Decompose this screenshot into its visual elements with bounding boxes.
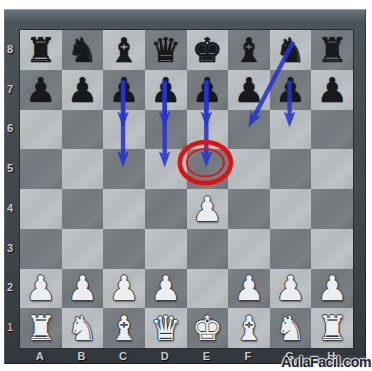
piece-white-pawn: ♟ (275, 271, 305, 305)
square-f7: ♟ (228, 70, 270, 110)
rank-label-6: 6 (3, 122, 17, 134)
rank-label-5: 5 (3, 162, 17, 174)
square-a5 (20, 149, 62, 189)
rank-label-1: 1 (3, 321, 17, 333)
piece-black-pawn: ♟ (26, 73, 56, 107)
rank-label-3: 3 (3, 242, 17, 254)
square-e8: ♚ (187, 30, 229, 70)
square-g3 (270, 229, 312, 269)
square-f8: ♝ (228, 30, 270, 70)
square-d3 (145, 229, 187, 269)
piece-white-pawn: ♟ (150, 271, 180, 305)
square-e7: ♟ (187, 70, 229, 110)
piece-black-pawn: ♟ (275, 73, 305, 107)
square-h3 (311, 229, 353, 269)
piece-black-bishop: ♝ (234, 33, 264, 67)
square-g6 (270, 110, 312, 150)
piece-black-bishop: ♝ (109, 33, 139, 67)
piece-white-queen: ♛ (150, 311, 180, 345)
square-a1: ♜ (20, 308, 62, 348)
square-d4 (145, 189, 187, 229)
square-g7: ♟ (270, 70, 312, 110)
square-e2 (187, 269, 229, 309)
piece-black-pawn: ♟ (109, 73, 139, 107)
square-c2: ♟ (103, 269, 145, 309)
piece-black-pawn: ♟ (150, 73, 180, 107)
square-c7: ♟ (103, 70, 145, 110)
square-f4 (228, 189, 270, 229)
square-d7: ♟ (145, 70, 187, 110)
square-g4 (270, 189, 312, 229)
square-g2: ♟ (270, 269, 312, 309)
square-a6 (20, 110, 62, 150)
square-g8: ♞ (270, 30, 312, 70)
piece-white-bishop: ♝ (234, 311, 264, 345)
rank-label-4: 4 (3, 202, 17, 214)
square-d8: ♛ (145, 30, 187, 70)
square-b1: ♞ (62, 308, 104, 348)
file-label-A: A (30, 350, 50, 362)
file-label-B: B (71, 350, 91, 362)
square-c3 (103, 229, 145, 269)
square-e6 (187, 110, 229, 150)
square-b6 (62, 110, 104, 150)
square-b5 (62, 149, 104, 189)
square-d6 (145, 110, 187, 150)
file-label-C: C (113, 350, 133, 362)
piece-black-rook: ♜ (26, 33, 56, 67)
square-f2: ♟ (228, 269, 270, 309)
square-a3 (20, 229, 62, 269)
square-b2: ♟ (62, 269, 104, 309)
file-label-F: F (238, 350, 258, 362)
square-c1: ♝ (103, 308, 145, 348)
piece-black-pawn: ♟ (234, 73, 264, 107)
piece-black-pawn: ♟ (192, 73, 222, 107)
square-h2: ♟ (311, 269, 353, 309)
piece-white-knight: ♞ (67, 311, 97, 345)
square-a4 (20, 189, 62, 229)
square-f3 (228, 229, 270, 269)
file-label-D: D (155, 350, 175, 362)
piece-white-pawn: ♟ (317, 271, 347, 305)
square-g5 (270, 149, 312, 189)
file-label-E: E (196, 350, 216, 362)
piece-white-rook: ♜ (317, 311, 347, 345)
piece-white-knight: ♞ (275, 311, 305, 345)
square-h5 (311, 149, 353, 189)
square-b3 (62, 229, 104, 269)
piece-white-king: ♚ (192, 311, 222, 345)
square-c8: ♝ (103, 30, 145, 70)
chess-board: ♜♞♝♛♚♝♞♜♟♟♟♟♟♟♟♟♟♟♟♟♟♟♟♟♜♞♝♛♚♝♞♜ (19, 29, 354, 349)
square-e3 (187, 229, 229, 269)
square-d2: ♟ (145, 269, 187, 309)
watermark: AulaFacil.com (281, 354, 371, 370)
piece-black-king: ♚ (192, 33, 222, 67)
rank-label-8: 8 (3, 43, 17, 55)
rank-label-7: 7 (3, 83, 17, 95)
square-a2: ♟ (20, 269, 62, 309)
square-b4 (62, 189, 104, 229)
piece-white-pawn: ♟ (109, 271, 139, 305)
square-g1: ♞ (270, 308, 312, 348)
square-f1: ♝ (228, 308, 270, 348)
square-b7: ♟ (62, 70, 104, 110)
piece-white-bishop: ♝ (109, 311, 139, 345)
piece-white-pawn: ♟ (192, 192, 222, 226)
piece-black-pawn: ♟ (67, 73, 97, 107)
square-b8: ♞ (62, 30, 104, 70)
square-a8: ♜ (20, 30, 62, 70)
piece-black-knight: ♞ (275, 33, 305, 67)
square-e1: ♚ (187, 308, 229, 348)
piece-white-pawn: ♟ (67, 271, 97, 305)
square-h8: ♜ (311, 30, 353, 70)
piece-white-pawn: ♟ (234, 271, 264, 305)
piece-black-knight: ♞ (67, 33, 97, 67)
square-f5 (228, 149, 270, 189)
square-d5 (145, 149, 187, 189)
piece-black-rook: ♜ (317, 33, 347, 67)
square-e5 (187, 149, 229, 189)
square-h4 (311, 189, 353, 229)
piece-black-pawn: ♟ (317, 73, 347, 107)
chess-lesson-diagram: ♜♞♝♛♚♝♞♜♟♟♟♟♟♟♟♟♟♟♟♟♟♟♟♟♜♞♝♛♚♝♞♜ 8765432… (0, 0, 372, 371)
rank-label-2: 2 (3, 281, 17, 293)
piece-black-queen: ♛ (150, 33, 180, 67)
square-a7: ♟ (20, 70, 62, 110)
piece-white-rook: ♜ (26, 311, 56, 345)
square-e4: ♟ (187, 189, 229, 229)
square-c6 (103, 110, 145, 150)
square-f6 (228, 110, 270, 150)
square-h7: ♟ (311, 70, 353, 110)
square-c5 (103, 149, 145, 189)
square-h6 (311, 110, 353, 150)
piece-white-pawn: ♟ (26, 271, 56, 305)
square-c4 (103, 189, 145, 229)
square-d1: ♛ (145, 308, 187, 348)
square-h1: ♜ (311, 308, 353, 348)
